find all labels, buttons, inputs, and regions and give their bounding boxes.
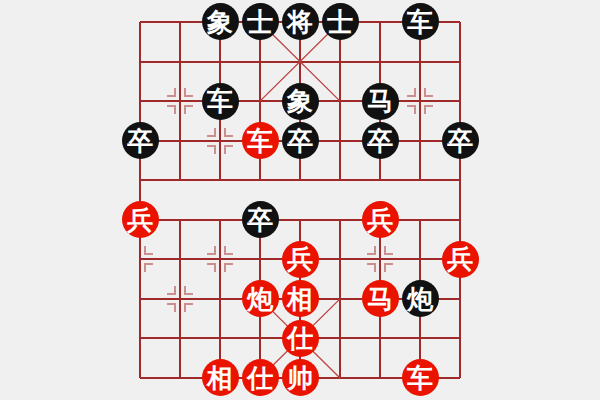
point-c9-r2[interactable]	[440, 42, 480, 82]
point-c1-r10[interactable]	[120, 358, 160, 398]
point-c2-r8[interactable]	[160, 279, 200, 319]
piece-red-horse[interactable]: 马	[362, 280, 399, 317]
point-c6-r4[interactable]	[320, 121, 360, 161]
piece-black-soldier[interactable]: 卒	[282, 122, 319, 159]
point-c4-r7[interactable]	[240, 240, 280, 280]
piece-black-advisor[interactable]: 士	[242, 3, 279, 40]
point-c2-r4[interactable]	[160, 121, 200, 161]
piece-red-elephant[interactable]: 相	[202, 359, 239, 396]
point-c1-r6[interactable]: 兵	[120, 200, 160, 240]
piece-black-horse[interactable]: 马	[362, 83, 399, 120]
point-c9-r1[interactable]	[440, 2, 480, 42]
point-c4-r3[interactable]	[240, 81, 280, 121]
point-c4-r8[interactable]: 炮	[240, 279, 280, 319]
point-c1-r9[interactable]	[120, 319, 160, 359]
point-c1-r2[interactable]	[120, 42, 160, 82]
point-c4-r9[interactable]	[240, 319, 280, 359]
point-c6-r3[interactable]	[320, 81, 360, 121]
board-points: 象士将士车车象马卒车卒卒卒兵卒兵兵兵炮相马炮仕相仕帅车	[120, 2, 480, 398]
point-c8-r9[interactable]	[400, 319, 440, 359]
point-c1-r4[interactable]: 卒	[120, 121, 160, 161]
point-c1-r8[interactable]	[120, 279, 160, 319]
point-c5-r10[interactable]: 帅	[280, 358, 320, 398]
point-c6-r2[interactable]	[320, 42, 360, 82]
point-c7-r6[interactable]: 兵	[360, 200, 400, 240]
point-c7-r10[interactable]	[360, 358, 400, 398]
point-c8-r5[interactable]	[400, 160, 440, 200]
point-c9-r3[interactable]	[440, 81, 480, 121]
point-c4-r6[interactable]: 卒	[240, 200, 280, 240]
point-c7-r4[interactable]: 卒	[360, 121, 400, 161]
piece-black-general[interactable]: 将	[282, 3, 319, 40]
point-c6-r6[interactable]	[320, 200, 360, 240]
point-c9-r6[interactable]	[440, 200, 480, 240]
point-c8-r8[interactable]: 炮	[400, 279, 440, 319]
point-c6-r8[interactable]	[320, 279, 360, 319]
piece-red-chariot[interactable]: 车	[242, 122, 279, 159]
point-c5-r3[interactable]: 象	[280, 81, 320, 121]
point-c5-r6[interactable]	[280, 200, 320, 240]
point-c5-r7[interactable]: 兵	[280, 240, 320, 280]
point-c2-r7[interactable]	[160, 240, 200, 280]
point-c8-r7[interactable]	[400, 240, 440, 280]
point-c9-r10[interactable]	[440, 358, 480, 398]
point-c5-r1[interactable]: 将	[280, 2, 320, 42]
xiangqi-board-screen: 象士将士车车象马卒车卒卒卒兵卒兵兵兵炮相马炮仕相仕帅车	[0, 0, 600, 400]
piece-red-soldier[interactable]: 兵	[362, 201, 399, 238]
piece-black-elephant[interactable]: 象	[202, 3, 239, 40]
point-c1-r3[interactable]	[120, 81, 160, 121]
point-c1-r1[interactable]	[120, 2, 160, 42]
point-c9-r7[interactable]: 兵	[440, 240, 480, 280]
piece-red-elephant[interactable]: 相	[282, 280, 319, 317]
point-c6-r7[interactable]	[320, 240, 360, 280]
point-c4-r4[interactable]: 车	[240, 121, 280, 161]
point-c5-r9[interactable]: 仕	[280, 319, 320, 359]
piece-black-soldier[interactable]: 卒	[122, 122, 159, 159]
point-c7-r3[interactable]: 马	[360, 81, 400, 121]
point-c8-r2[interactable]	[400, 42, 440, 82]
piece-red-chariot[interactable]: 车	[402, 359, 439, 396]
point-c7-r7[interactable]	[360, 240, 400, 280]
point-c4-r2[interactable]	[240, 42, 280, 82]
point-c2-r5[interactable]	[160, 160, 200, 200]
point-c9-r5[interactable]	[440, 160, 480, 200]
point-c3-r7[interactable]	[200, 240, 240, 280]
point-c3-r6[interactable]	[200, 200, 240, 240]
piece-black-advisor[interactable]: 士	[322, 3, 359, 40]
point-c9-r4[interactable]: 卒	[440, 121, 480, 161]
point-c3-r4[interactable]	[200, 121, 240, 161]
point-c2-r10[interactable]	[160, 358, 200, 398]
point-c3-r2[interactable]	[200, 42, 240, 82]
piece-black-chariot[interactable]: 车	[402, 3, 439, 40]
point-c9-r8[interactable]	[440, 279, 480, 319]
point-c8-r10[interactable]: 车	[400, 358, 440, 398]
point-c7-r9[interactable]	[360, 319, 400, 359]
piece-black-soldier[interactable]: 卒	[242, 201, 279, 238]
point-c7-r5[interactable]	[360, 160, 400, 200]
piece-black-soldier[interactable]: 卒	[442, 122, 479, 159]
point-c2-r1[interactable]	[160, 2, 200, 42]
point-c3-r10[interactable]: 相	[200, 358, 240, 398]
point-c8-r4[interactable]	[400, 121, 440, 161]
point-c5-r2[interactable]	[280, 42, 320, 82]
point-c1-r5[interactable]	[120, 160, 160, 200]
point-c7-r8[interactable]: 马	[360, 279, 400, 319]
point-c3-r8[interactable]	[200, 279, 240, 319]
point-c5-r5[interactable]	[280, 160, 320, 200]
point-c8-r3[interactable]	[400, 81, 440, 121]
point-c3-r1[interactable]: 象	[200, 2, 240, 42]
piece-red-cannon[interactable]: 炮	[242, 280, 279, 317]
point-c5-r4[interactable]: 卒	[280, 121, 320, 161]
point-c2-r3[interactable]	[160, 81, 200, 121]
piece-red-soldier[interactable]: 兵	[442, 241, 479, 278]
piece-black-soldier[interactable]: 卒	[362, 122, 399, 159]
point-c3-r9[interactable]	[200, 319, 240, 359]
piece-red-general[interactable]: 帅	[282, 359, 319, 396]
point-c3-r5[interactable]	[200, 160, 240, 200]
point-c1-r7[interactable]	[120, 240, 160, 280]
point-c4-r10[interactable]: 仕	[240, 358, 280, 398]
point-c6-r1[interactable]: 士	[320, 2, 360, 42]
piece-black-chariot[interactable]: 车	[202, 83, 239, 120]
piece-black-cannon[interactable]: 炮	[402, 280, 439, 317]
point-c6-r5[interactable]	[320, 160, 360, 200]
piece-black-elephant[interactable]: 象	[282, 83, 319, 120]
point-c2-r2[interactable]	[160, 42, 200, 82]
point-c2-r6[interactable]	[160, 200, 200, 240]
piece-red-advisor[interactable]: 仕	[242, 359, 279, 396]
piece-red-advisor[interactable]: 仕	[282, 320, 319, 357]
point-c9-r9[interactable]	[440, 319, 480, 359]
point-c6-r10[interactable]	[320, 358, 360, 398]
point-c4-r5[interactable]	[240, 160, 280, 200]
point-c7-r1[interactable]	[360, 2, 400, 42]
point-c6-r9[interactable]	[320, 319, 360, 359]
point-c5-r8[interactable]: 相	[280, 279, 320, 319]
point-c8-r1[interactable]: 车	[400, 2, 440, 42]
point-c4-r1[interactable]: 士	[240, 2, 280, 42]
point-c8-r6[interactable]	[400, 200, 440, 240]
point-c2-r9[interactable]	[160, 319, 200, 359]
point-c7-r2[interactable]	[360, 42, 400, 82]
piece-red-soldier[interactable]: 兵	[282, 241, 319, 278]
point-c3-r3[interactable]: 车	[200, 81, 240, 121]
piece-red-soldier[interactable]: 兵	[122, 201, 159, 238]
